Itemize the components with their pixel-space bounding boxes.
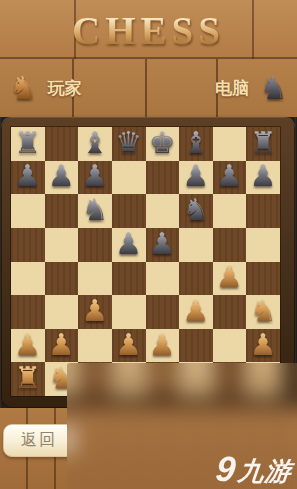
black-piece-k: ♚ <box>149 128 176 158</box>
square-d3[interactable] <box>112 295 146 329</box>
square-a3[interactable] <box>11 295 45 329</box>
square-b7[interactable]: ♟ <box>45 161 79 195</box>
white-piece-p: ♟ <box>48 330 75 360</box>
white-piece-p: ♟ <box>115 330 142 360</box>
square-d7[interactable] <box>112 161 146 195</box>
square-b5[interactable] <box>45 228 79 262</box>
square-b4[interactable] <box>45 262 79 296</box>
black-piece-r: ♜ <box>14 128 41 158</box>
black-piece-r: ♜ <box>250 128 277 158</box>
square-e2[interactable]: ♟ <box>146 329 180 363</box>
back-button[interactable]: 返回 <box>3 424 75 457</box>
square-b6[interactable] <box>45 194 79 228</box>
black-piece-p: ♟ <box>216 161 243 191</box>
square-d4[interactable] <box>112 262 146 296</box>
black-piece-n: ♞ <box>82 195 109 225</box>
back-button-label: 返回 <box>21 430 57 451</box>
square-f5[interactable] <box>179 228 213 262</box>
square-h6[interactable] <box>246 194 280 228</box>
square-g6[interactable] <box>213 194 247 228</box>
black-piece-p: ♟ <box>115 229 142 259</box>
square-h4[interactable] <box>246 262 280 296</box>
square-d5[interactable]: ♟ <box>112 228 146 262</box>
watermark-logo-icon: 9 <box>214 453 237 485</box>
square-f8[interactable]: ♝ <box>179 127 213 161</box>
white-piece-p: ♟ <box>182 296 209 326</box>
square-e3[interactable] <box>146 295 180 329</box>
square-g2[interactable] <box>213 329 247 363</box>
square-h8[interactable]: ♜ <box>246 127 280 161</box>
title-bar: CHESS <box>0 0 297 59</box>
white-piece-r: ♜ <box>14 363 41 393</box>
square-a2[interactable]: ♟ <box>11 329 45 363</box>
square-c6[interactable]: ♞ <box>78 194 112 228</box>
black-piece-p: ♟ <box>48 161 75 191</box>
square-g8[interactable] <box>213 127 247 161</box>
square-c2[interactable] <box>78 329 112 363</box>
square-e7[interactable] <box>146 161 180 195</box>
square-a5[interactable] <box>11 228 45 262</box>
square-e5[interactable]: ♟ <box>146 228 180 262</box>
computer-knight-icon: ♞ <box>259 72 288 104</box>
player-bar: ♞ 玩家 电脑 ♞ <box>0 59 297 117</box>
computer-label: 电脑 <box>215 77 249 100</box>
square-a4[interactable] <box>11 262 45 296</box>
player-label: 玩家 <box>48 77 82 100</box>
black-piece-p: ♟ <box>82 161 109 191</box>
chess-board[interactable]: ♜♝♛♚♝♜♟♟♟♟♟♟♞♞♟♟♟♟♟♞♟♟♟♟♟♜♞♝♛♚♝♜ <box>11 127 280 396</box>
black-piece-n: ♞ <box>182 195 209 225</box>
square-f4[interactable] <box>179 262 213 296</box>
white-piece-n: ♞ <box>250 296 277 326</box>
square-g5[interactable] <box>213 228 247 262</box>
square-f7[interactable]: ♟ <box>179 161 213 195</box>
square-a6[interactable] <box>11 194 45 228</box>
black-piece-p: ♟ <box>149 229 176 259</box>
square-e4[interactable] <box>146 262 180 296</box>
white-piece-p: ♟ <box>216 262 243 292</box>
square-a8[interactable]: ♜ <box>11 127 45 161</box>
square-d6[interactable] <box>112 194 146 228</box>
square-e8[interactable]: ♚ <box>146 127 180 161</box>
square-c8[interactable]: ♝ <box>78 127 112 161</box>
square-h2[interactable]: ♟ <box>246 329 280 363</box>
square-d8[interactable]: ♛ <box>112 127 146 161</box>
black-piece-q: ♛ <box>115 128 142 158</box>
app-title: CHESS <box>72 7 225 50</box>
app-screen: CHESS ♞ 玩家 电脑 ♞ ♜♝♛♚♝♜♟♟♟♟♟♟♞♞♟♟♟♟♟♞♟♟♟♟… <box>0 0 297 489</box>
black-piece-b: ♝ <box>182 128 209 158</box>
black-piece-p: ♟ <box>182 161 209 191</box>
square-h7[interactable]: ♟ <box>246 161 280 195</box>
square-a1[interactable]: ♜ <box>11 362 45 396</box>
square-b3[interactable] <box>45 295 79 329</box>
black-piece-p: ♟ <box>250 161 277 191</box>
black-piece-b: ♝ <box>82 128 109 158</box>
white-piece-p: ♟ <box>14 330 41 360</box>
watermark: 9 九游 <box>216 453 292 485</box>
square-c4[interactable] <box>78 262 112 296</box>
square-e6[interactable] <box>146 194 180 228</box>
square-g4[interactable]: ♟ <box>213 262 247 296</box>
square-f2[interactable] <box>179 329 213 363</box>
square-f6[interactable]: ♞ <box>179 194 213 228</box>
square-a7[interactable]: ♟ <box>11 161 45 195</box>
square-h5[interactable] <box>246 228 280 262</box>
player-knight-icon: ♞ <box>9 72 38 104</box>
square-g3[interactable] <box>213 295 247 329</box>
white-piece-p: ♟ <box>250 330 277 360</box>
square-b2[interactable]: ♟ <box>45 329 79 363</box>
black-piece-p: ♟ <box>14 161 41 191</box>
square-c5[interactable] <box>78 228 112 262</box>
square-b8[interactable] <box>45 127 79 161</box>
square-g7[interactable]: ♟ <box>213 161 247 195</box>
square-d2[interactable]: ♟ <box>112 329 146 363</box>
square-c7[interactable]: ♟ <box>78 161 112 195</box>
white-piece-p: ♟ <box>149 330 176 360</box>
white-piece-p: ♟ <box>82 296 109 326</box>
square-c3[interactable]: ♟ <box>78 295 112 329</box>
watermark-text: 九游 <box>237 458 294 484</box>
square-h3[interactable]: ♞ <box>246 295 280 329</box>
square-f3[interactable]: ♟ <box>179 295 213 329</box>
